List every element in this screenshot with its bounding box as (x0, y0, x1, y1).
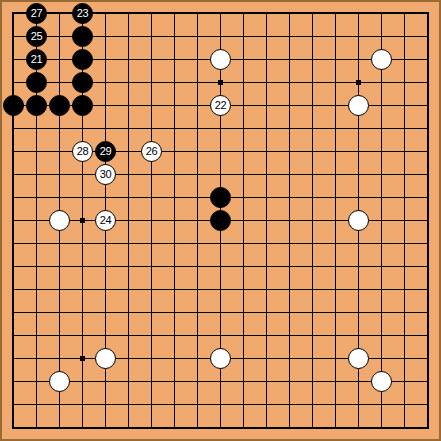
stone-white[interactable] (210, 348, 231, 369)
move-number-label: 22 (215, 100, 227, 111)
move-number-label: 24 (100, 215, 112, 226)
stone-black[interactable] (72, 49, 93, 70)
star-point (218, 80, 223, 85)
move-number-label: 26 (146, 146, 158, 157)
stone-black[interactable]: 21 (26, 49, 47, 70)
star-point (80, 356, 85, 361)
stone-black[interactable] (72, 26, 93, 47)
stone-black[interactable]: 27 (26, 3, 47, 24)
stone-white[interactable]: 28 (72, 141, 93, 162)
move-number-label: 30 (100, 169, 112, 180)
stone-white[interactable] (371, 371, 392, 392)
move-number-label: 27 (31, 8, 43, 19)
stone-black[interactable] (210, 210, 231, 231)
stones-grid: 27232521222829263024 (2, 2, 439, 439)
stone-white[interactable]: 26 (141, 141, 162, 162)
stone-black[interactable] (26, 72, 47, 93)
stone-white[interactable] (348, 95, 369, 116)
move-number-label: 29 (100, 146, 112, 157)
stone-black[interactable] (26, 95, 47, 116)
stone-white[interactable] (348, 348, 369, 369)
star-point (80, 218, 85, 223)
stone-black[interactable] (49, 95, 70, 116)
stone-black[interactable] (72, 72, 93, 93)
stone-white[interactable]: 22 (210, 95, 231, 116)
move-number-label: 28 (77, 146, 89, 157)
go-board[interactable]: 27232521222829263024 (0, 0, 441, 441)
stone-white[interactable] (49, 371, 70, 392)
stone-white[interactable] (95, 348, 116, 369)
stone-black[interactable] (3, 95, 24, 116)
stone-white[interactable] (371, 49, 392, 70)
stone-white[interactable] (49, 210, 70, 231)
stone-black[interactable]: 23 (72, 3, 93, 24)
stone-white[interactable] (348, 210, 369, 231)
stone-black[interactable] (72, 95, 93, 116)
star-point (356, 80, 361, 85)
stone-white[interactable]: 30 (95, 164, 116, 185)
move-number-label: 23 (77, 8, 89, 19)
stone-white[interactable]: 24 (95, 210, 116, 231)
stone-black[interactable] (210, 187, 231, 208)
move-number-label: 21 (31, 54, 43, 65)
move-number-label: 25 (31, 31, 43, 42)
stone-black[interactable]: 29 (95, 141, 116, 162)
stone-black[interactable]: 25 (26, 26, 47, 47)
stone-white[interactable] (210, 49, 231, 70)
